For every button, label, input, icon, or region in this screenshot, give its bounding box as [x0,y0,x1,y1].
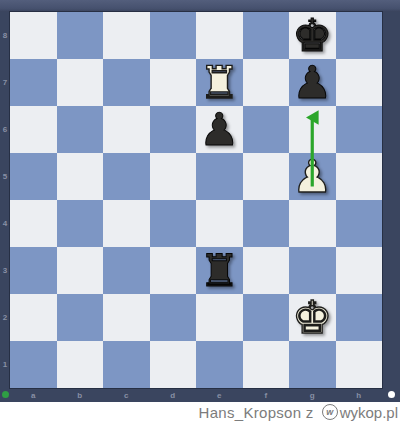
square-b7[interactable] [57,59,104,106]
square-g3[interactable] [289,247,336,294]
square-f4[interactable] [243,200,290,247]
square-a3[interactable] [10,247,57,294]
square-b8[interactable] [57,12,104,59]
board-frame-top [0,0,400,12]
square-d3[interactable] [150,247,197,294]
square-h2[interactable] [336,294,383,341]
file-label-a: a [10,388,57,402]
rank-label-2: 2 [0,294,10,341]
piece-white-rook-e7[interactable]: ♜ [199,59,239,106]
rank-label-4: 4 [0,200,10,247]
square-d8[interactable] [150,12,197,59]
file-label-d: d [150,388,197,402]
square-e2[interactable] [196,294,243,341]
square-f8[interactable] [243,12,290,59]
square-c2[interactable] [103,294,150,341]
square-g2[interactable]: ♚ [289,294,336,341]
square-h6[interactable] [336,106,383,153]
square-b4[interactable] [57,200,104,247]
white-to-move-dot [388,391,395,398]
square-d4[interactable] [150,200,197,247]
piece-white-pawn-g5[interactable]: ♟ [292,153,332,200]
author-credit: Hans_Kropson z [199,404,314,421]
square-a6[interactable] [10,106,57,153]
square-h1[interactable] [336,341,383,388]
square-c6[interactable] [103,106,150,153]
square-b6[interactable] [57,106,104,153]
square-d7[interactable] [150,59,197,106]
square-h3[interactable] [336,247,383,294]
square-f7[interactable] [243,59,290,106]
square-e3[interactable]: ♜ [196,247,243,294]
caption: Hans_Kropson z w wykop.pl [0,402,398,422]
rank-label-8: 8 [0,12,10,59]
square-h5[interactable] [336,153,383,200]
square-d6[interactable] [150,106,197,153]
square-g4[interactable] [289,200,336,247]
square-g5[interactable]: ♟ [289,153,336,200]
file-label-h: h [336,388,383,402]
square-a2[interactable] [10,294,57,341]
square-a5[interactable] [10,153,57,200]
square-f1[interactable] [243,341,290,388]
square-g6[interactable] [289,106,336,153]
file-label-b: b [57,388,104,402]
square-b1[interactable] [57,341,104,388]
square-a8[interactable] [10,12,57,59]
square-g8[interactable]: ♚ [289,12,336,59]
rank-label-6: 6 [0,106,10,153]
rank-label-5: 5 [0,153,10,200]
chess-board: ♚♜♟♟♟♜♚ 87654321 abcdefgh [0,0,400,402]
square-c4[interactable] [103,200,150,247]
wykop-site-name[interactable]: wykop.pl [340,404,398,421]
rank-label-1: 1 [0,341,10,388]
square-b5[interactable] [57,153,104,200]
piece-black-king-g8[interactable]: ♚ [292,12,332,59]
square-b2[interactable] [57,294,104,341]
rank-labels: 87654321 [0,12,10,388]
square-f5[interactable] [243,153,290,200]
wykop-brand[interactable]: w wykop.pl [322,404,398,421]
file-label-f: f [243,388,290,402]
square-d5[interactable] [150,153,197,200]
square-e7[interactable]: ♜ [196,59,243,106]
square-f3[interactable] [243,247,290,294]
rank-label-3: 3 [0,247,10,294]
square-e5[interactable] [196,153,243,200]
wykop-logo-icon[interactable]: w [322,404,338,420]
square-d1[interactable] [150,341,197,388]
piece-white-king-g2[interactable]: ♚ [292,294,332,341]
square-c1[interactable] [103,341,150,388]
piece-black-pawn-g7[interactable]: ♟ [292,59,332,106]
square-b3[interactable] [57,247,104,294]
square-a1[interactable] [10,341,57,388]
square-c8[interactable] [103,12,150,59]
square-h4[interactable] [336,200,383,247]
file-label-c: c [103,388,150,402]
piece-black-rook-e3[interactable]: ♜ [199,247,239,294]
file-label-g: g [289,388,336,402]
square-d2[interactable] [150,294,197,341]
square-g7[interactable]: ♟ [289,59,336,106]
square-h7[interactable] [336,59,383,106]
square-a4[interactable] [10,200,57,247]
screenshot: ♚♜♟♟♟♜♚ 87654321 abcdefgh Hans_Kropson z… [0,0,400,422]
square-a7[interactable] [10,59,57,106]
square-f6[interactable] [243,106,290,153]
square-f2[interactable] [243,294,290,341]
square-e1[interactable] [196,341,243,388]
rank-label-7: 7 [0,59,10,106]
square-e4[interactable] [196,200,243,247]
square-g1[interactable] [289,341,336,388]
square-e8[interactable] [196,12,243,59]
square-e6[interactable]: ♟ [196,106,243,153]
piece-black-pawn-e6[interactable]: ♟ [199,106,239,153]
board-squares: ♚♜♟♟♟♜♚ [10,12,382,388]
green-dot [2,391,9,398]
square-c7[interactable] [103,59,150,106]
square-h8[interactable] [336,12,383,59]
square-c3[interactable] [103,247,150,294]
square-c5[interactable] [103,153,150,200]
file-labels: abcdefgh [10,388,382,402]
file-label-e: e [196,388,243,402]
